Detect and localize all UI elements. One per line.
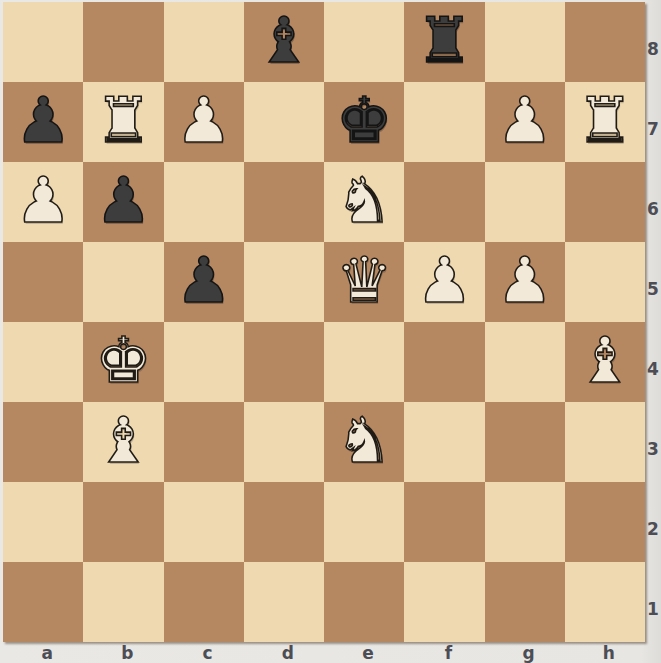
piece-white-pawn[interactable]: ♟ xyxy=(15,169,71,232)
square-e5[interactable]: ♛ xyxy=(324,242,404,322)
square-h6[interactable] xyxy=(565,162,645,242)
file-coordinates: abcdefgh xyxy=(3,642,645,663)
piece-black-rook[interactable]: ♜ xyxy=(416,9,472,72)
piece-white-bishop[interactable]: ♝ xyxy=(577,329,633,392)
square-a3[interactable] xyxy=(3,402,83,482)
square-h3[interactable] xyxy=(565,402,645,482)
file-label-e: e xyxy=(328,643,408,663)
square-d7[interactable] xyxy=(244,82,324,162)
square-f5[interactable]: ♟ xyxy=(404,242,484,322)
square-f4[interactable] xyxy=(404,322,484,402)
square-e6[interactable]: ♞ xyxy=(324,162,404,242)
piece-white-queen[interactable]: ♛ xyxy=(336,249,392,312)
square-a5[interactable] xyxy=(3,242,83,322)
square-f1[interactable] xyxy=(404,562,484,642)
piece-black-pawn[interactable]: ♟ xyxy=(175,249,231,312)
piece-black-bishop[interactable]: ♝ xyxy=(256,9,312,72)
rank-label-8: 8 xyxy=(645,9,661,89)
rank-label-7: 7 xyxy=(645,89,661,169)
square-a7[interactable]: ♟ xyxy=(3,82,83,162)
rank-label-6: 6 xyxy=(645,169,661,249)
piece-black-pawn[interactable]: ♟ xyxy=(15,89,71,152)
square-g1[interactable] xyxy=(485,562,565,642)
square-c3[interactable] xyxy=(164,402,244,482)
square-g4[interactable] xyxy=(485,322,565,402)
rank-label-2: 2 xyxy=(645,489,661,569)
square-e2[interactable] xyxy=(324,482,404,562)
square-c7[interactable]: ♟ xyxy=(164,82,244,162)
square-c4[interactable] xyxy=(164,322,244,402)
square-c5[interactable]: ♟ xyxy=(164,242,244,322)
square-e3[interactable]: ♞ xyxy=(324,402,404,482)
square-h1[interactable] xyxy=(565,562,645,642)
square-g7[interactable]: ♟ xyxy=(485,82,565,162)
square-b2[interactable] xyxy=(83,482,163,562)
square-d8[interactable]: ♝ xyxy=(244,2,324,82)
square-b7[interactable]: ♜ xyxy=(83,82,163,162)
square-g8[interactable] xyxy=(485,2,565,82)
rank-coordinates: 87654321 xyxy=(645,2,661,642)
file-label-c: c xyxy=(168,643,248,663)
square-f7[interactable] xyxy=(404,82,484,162)
square-c2[interactable] xyxy=(164,482,244,562)
square-a8[interactable] xyxy=(3,2,83,82)
piece-white-bishop[interactable]: ♝ xyxy=(95,409,151,472)
piece-white-pawn[interactable]: ♟ xyxy=(496,249,552,312)
square-e1[interactable] xyxy=(324,562,404,642)
square-g6[interactable] xyxy=(485,162,565,242)
file-label-b: b xyxy=(87,643,167,663)
piece-white-pawn[interactable]: ♟ xyxy=(175,89,231,152)
square-h5[interactable] xyxy=(565,242,645,322)
rank-label-3: 3 xyxy=(645,409,661,489)
file-label-h: h xyxy=(569,643,649,663)
piece-white-king[interactable]: ♚ xyxy=(95,329,151,392)
square-h7[interactable]: ♜ xyxy=(565,82,645,162)
square-b1[interactable] xyxy=(83,562,163,642)
square-h8[interactable] xyxy=(565,2,645,82)
square-e7[interactable]: ♚ xyxy=(324,82,404,162)
chessboard-app: ♝♜♟♜♟♚♟♜♟♟♞♟♛♟♟♚♝♝♞ 87654321 abcdefgh xyxy=(0,0,661,663)
file-label-a: a xyxy=(7,643,87,663)
square-b3[interactable]: ♝ xyxy=(83,402,163,482)
square-e8[interactable] xyxy=(324,2,404,82)
square-d3[interactable] xyxy=(244,402,324,482)
square-f8[interactable]: ♜ xyxy=(404,2,484,82)
square-b5[interactable] xyxy=(83,242,163,322)
piece-white-knight[interactable]: ♞ xyxy=(336,409,392,472)
file-label-g: g xyxy=(489,643,569,663)
piece-white-pawn[interactable]: ♟ xyxy=(496,89,552,152)
square-a2[interactable] xyxy=(3,482,83,562)
square-d5[interactable] xyxy=(244,242,324,322)
chess-board: ♝♜♟♜♟♚♟♜♟♟♞♟♛♟♟♚♝♝♞ xyxy=(3,2,645,642)
square-a1[interactable] xyxy=(3,562,83,642)
square-d4[interactable] xyxy=(244,322,324,402)
square-c1[interactable] xyxy=(164,562,244,642)
file-label-f: f xyxy=(408,643,488,663)
square-h2[interactable] xyxy=(565,482,645,562)
square-f3[interactable] xyxy=(404,402,484,482)
square-e4[interactable] xyxy=(324,322,404,402)
square-b6[interactable]: ♟ xyxy=(83,162,163,242)
piece-white-rook[interactable]: ♜ xyxy=(95,89,151,152)
rank-label-1: 1 xyxy=(645,569,661,649)
square-g2[interactable] xyxy=(485,482,565,562)
piece-white-rook[interactable]: ♜ xyxy=(577,89,633,152)
square-g5[interactable]: ♟ xyxy=(485,242,565,322)
square-d2[interactable] xyxy=(244,482,324,562)
piece-white-knight[interactable]: ♞ xyxy=(336,169,392,232)
square-b4[interactable]: ♚ xyxy=(83,322,163,402)
square-f6[interactable] xyxy=(404,162,484,242)
square-c8[interactable] xyxy=(164,2,244,82)
square-d6[interactable] xyxy=(244,162,324,242)
piece-white-pawn[interactable]: ♟ xyxy=(416,249,472,312)
square-b8[interactable] xyxy=(83,2,163,82)
piece-black-king[interactable]: ♚ xyxy=(336,89,392,152)
rank-label-4: 4 xyxy=(645,329,661,409)
square-g3[interactable] xyxy=(485,402,565,482)
square-c6[interactable] xyxy=(164,162,244,242)
square-a4[interactable] xyxy=(3,322,83,402)
file-label-d: d xyxy=(248,643,328,663)
square-d1[interactable] xyxy=(244,562,324,642)
square-h4[interactable]: ♝ xyxy=(565,322,645,402)
piece-black-pawn[interactable]: ♟ xyxy=(95,169,151,232)
square-f2[interactable] xyxy=(404,482,484,562)
rank-label-5: 5 xyxy=(645,249,661,329)
square-a6[interactable]: ♟ xyxy=(3,162,83,242)
